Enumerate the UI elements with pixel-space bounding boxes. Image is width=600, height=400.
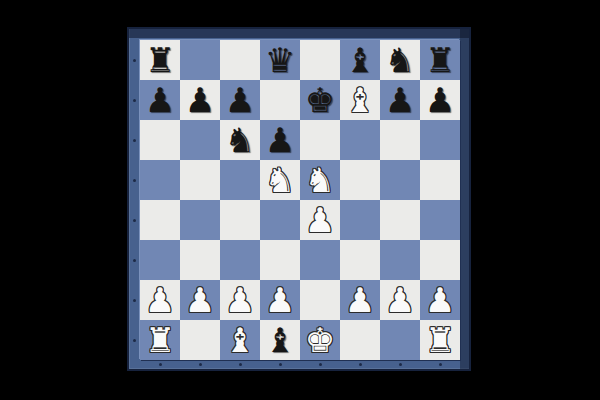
square-h5[interactable] [420, 160, 460, 200]
black-knight[interactable]: ♞ [220, 120, 260, 160]
square-c8[interactable] [220, 40, 260, 80]
square-a1[interactable]: ♜ [140, 320, 180, 360]
square-h8[interactable]: ♜ [420, 40, 460, 80]
square-g2[interactable]: ♟ [380, 280, 420, 320]
black-knight[interactable]: ♞ [380, 40, 420, 80]
square-b1[interactable] [180, 320, 220, 360]
file-tick [319, 363, 322, 366]
square-c5[interactable] [220, 160, 260, 200]
square-c6[interactable]: ♞ [220, 120, 260, 160]
square-d6[interactable]: ♟ [260, 120, 300, 160]
square-c4[interactable] [220, 200, 260, 240]
square-f4[interactable] [340, 200, 380, 240]
black-pawn[interactable]: ♟ [380, 80, 420, 120]
square-g1[interactable] [380, 320, 420, 360]
square-f5[interactable] [340, 160, 380, 200]
square-h3[interactable] [420, 240, 460, 280]
square-d7[interactable] [260, 80, 300, 120]
square-e6[interactable] [300, 120, 340, 160]
square-e2[interactable] [300, 280, 340, 320]
square-g8[interactable]: ♞ [380, 40, 420, 80]
file-tick [159, 363, 162, 366]
square-d2[interactable]: ♟ [260, 280, 300, 320]
white-bishop[interactable]: ♝ [340, 80, 380, 120]
square-e7[interactable]: ♚ [300, 80, 340, 120]
square-f8[interactable]: ♝ [340, 40, 380, 80]
file-tick [199, 363, 202, 366]
black-pawn[interactable]: ♟ [420, 80, 460, 120]
black-pawn[interactable]: ♟ [220, 80, 260, 120]
square-f3[interactable] [340, 240, 380, 280]
square-a3[interactable] [140, 240, 180, 280]
square-b5[interactable] [180, 160, 220, 200]
square-h7[interactable]: ♟ [420, 80, 460, 120]
letterbox-background: ♜♛♝♞♜♟♟♟♚♝♟♟♞♟♞♞♟♟♟♟♟♟♟♟♜♝♝♚♜ [0, 0, 600, 400]
square-f2[interactable]: ♟ [340, 280, 380, 320]
square-b7[interactable]: ♟ [180, 80, 220, 120]
square-h1[interactable]: ♜ [420, 320, 460, 360]
square-b2[interactable]: ♟ [180, 280, 220, 320]
file-tick [399, 363, 402, 366]
square-a8[interactable]: ♜ [140, 40, 180, 80]
square-d3[interactable] [260, 240, 300, 280]
black-pawn[interactable]: ♟ [140, 80, 180, 120]
black-queen[interactable]: ♛ [260, 40, 300, 80]
white-king[interactable]: ♚ [300, 320, 340, 360]
square-d5[interactable]: ♞ [260, 160, 300, 200]
white-knight[interactable]: ♞ [260, 160, 300, 200]
square-f6[interactable] [340, 120, 380, 160]
rank-tick [133, 219, 136, 222]
rank-tick [133, 99, 136, 102]
square-b6[interactable] [180, 120, 220, 160]
white-pawn[interactable]: ♟ [180, 280, 220, 320]
black-rook[interactable]: ♜ [140, 40, 180, 80]
square-a2[interactable]: ♟ [140, 280, 180, 320]
white-rook[interactable]: ♜ [420, 320, 460, 360]
white-pawn[interactable]: ♟ [260, 280, 300, 320]
square-d8[interactable]: ♛ [260, 40, 300, 80]
white-knight[interactable]: ♞ [300, 160, 340, 200]
square-e3[interactable] [300, 240, 340, 280]
square-f7[interactable]: ♝ [340, 80, 380, 120]
white-pawn[interactable]: ♟ [380, 280, 420, 320]
square-c2[interactable]: ♟ [220, 280, 260, 320]
square-b8[interactable] [180, 40, 220, 80]
square-a4[interactable] [140, 200, 180, 240]
rank-tick [133, 139, 136, 142]
square-h6[interactable] [420, 120, 460, 160]
square-h2[interactable]: ♟ [420, 280, 460, 320]
chess-board[interactable]: ♜♛♝♞♜♟♟♟♚♝♟♟♞♟♞♞♟♟♟♟♟♟♟♟♜♝♝♚♜ [140, 40, 460, 360]
square-e5[interactable]: ♞ [300, 160, 340, 200]
rank-tick [133, 339, 136, 342]
square-c3[interactable] [220, 240, 260, 280]
square-g3[interactable] [380, 240, 420, 280]
black-pawn[interactable]: ♟ [260, 120, 300, 160]
chess-board-frame: ♜♛♝♞♜♟♟♟♚♝♟♟♞♟♞♞♟♟♟♟♟♟♟♟♜♝♝♚♜ [127, 27, 471, 371]
square-e8[interactable] [300, 40, 340, 80]
white-pawn[interactable]: ♟ [420, 280, 460, 320]
file-tick [239, 363, 242, 366]
file-tick [279, 363, 282, 366]
white-pawn[interactable]: ♟ [140, 280, 180, 320]
rank-tick [133, 259, 136, 262]
white-bishop[interactable]: ♝ [220, 320, 260, 360]
white-pawn[interactable]: ♟ [340, 280, 380, 320]
square-g7[interactable]: ♟ [380, 80, 420, 120]
black-king[interactable]: ♚ [300, 80, 340, 120]
square-a7[interactable]: ♟ [140, 80, 180, 120]
square-b4[interactable] [180, 200, 220, 240]
rank-tick [133, 299, 136, 302]
white-pawn[interactable]: ♟ [300, 200, 340, 240]
rank-tick [133, 179, 136, 182]
square-f1[interactable] [340, 320, 380, 360]
square-c7[interactable]: ♟ [220, 80, 260, 120]
square-a6[interactable] [140, 120, 180, 160]
black-rook[interactable]: ♜ [420, 40, 460, 80]
black-pawn[interactable]: ♟ [180, 80, 220, 120]
square-g5[interactable] [380, 160, 420, 200]
rank-ticks [131, 40, 138, 360]
black-bishop[interactable]: ♝ [340, 40, 380, 80]
file-ticks [140, 361, 460, 368]
square-c1[interactable]: ♝ [220, 320, 260, 360]
square-g4[interactable] [380, 200, 420, 240]
square-g6[interactable] [380, 120, 420, 160]
square-b3[interactable] [180, 240, 220, 280]
square-a5[interactable] [140, 160, 180, 200]
square-d1[interactable]: ♝ [260, 320, 300, 360]
square-h4[interactable] [420, 200, 460, 240]
square-e4[interactable]: ♟ [300, 200, 340, 240]
white-rook[interactable]: ♜ [140, 320, 180, 360]
black-bishop[interactable]: ♝ [260, 320, 300, 360]
file-tick [359, 363, 362, 366]
square-e1[interactable]: ♚ [300, 320, 340, 360]
file-tick [439, 363, 442, 366]
white-pawn[interactable]: ♟ [220, 280, 260, 320]
square-d4[interactable] [260, 200, 300, 240]
rank-tick [133, 59, 136, 62]
